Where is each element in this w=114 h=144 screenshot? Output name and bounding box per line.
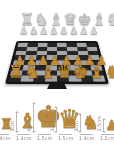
silver-knight: ♞ [34, 12, 48, 28]
width-label-pawn: 1.2cm [100, 135, 114, 142]
silver-king: ♚ [77, 12, 91, 28]
silver-pawn: ♟ [39, 26, 49, 36]
board-square [33, 76, 45, 82]
silver-queen: ♛ [63, 12, 77, 28]
size-item-knight: 3cm♞1.4cm [76, 113, 97, 142]
product-photo: ♜♞♝♛♚♝♞♜ ♟♟♟♟♟♟♟♟ ♟♟♟♟♟♟♟♟ ♜♞♝♛♚♝♞♜ 2.5c… [0, 0, 114, 144]
board-hinge-line [14, 60, 100, 61]
width-label-king: 1.5cm [37, 135, 53, 142]
board-square [21, 76, 34, 82]
size-item-pawn: 2.5cm♟1.2cm [97, 116, 114, 142]
silver-pawn: ♟ [89, 26, 99, 36]
silver-pawn: ♟ [19, 26, 29, 36]
silver-pawn: ♟ [69, 26, 79, 36]
silver-pawn: ♟ [79, 26, 89, 36]
board-grid [9, 43, 106, 82]
gold-pawn-figure: ♟ [105, 118, 114, 132]
height-label-queen: 3.5cm [50, 116, 55, 132]
board-clasp [47, 84, 67, 89]
board-square [45, 76, 57, 82]
silver-bishop: ♝ [92, 12, 106, 28]
board-square [57, 76, 69, 82]
width-label-rook: 1.4cm [0, 135, 10, 142]
chess-board [5, 41, 109, 84]
height-arrow-icon [80, 114, 81, 132]
silver-rook: ♜ [20, 12, 34, 28]
height-arrow-icon [103, 119, 104, 132]
width-label-queen: 1.5cm [58, 135, 74, 142]
width-label-bishop: 1.4cm [16, 135, 32, 142]
silver-bishop: ♝ [49, 12, 63, 28]
height-arrow-icon [56, 107, 57, 132]
silver-pawn: ♟ [49, 26, 59, 36]
silver-pawn: ♟ [59, 26, 69, 36]
size-chart: 2.5cm♜1.4cm3cm♝1.4cm4cm♚1.5cm3.5cm♛1.5cm… [0, 94, 114, 144]
width-label-knight: 1.4cm [79, 135, 95, 142]
silver-pawn-rank: ♟♟♟♟♟♟♟♟ [19, 26, 99, 36]
silver-back-rank: ♜♞♝♛♚♝♞♜ [20, 12, 96, 28]
height-arrow-icon [16, 112, 17, 132]
board-square [69, 76, 81, 82]
measurement-pawn: 2.5cm♟ [97, 116, 114, 132]
board-scene: ♜♞♝♛♚♝♞♜ ♟♟♟♟♟♟♟♟ ♟♟♟♟♟♟♟♟ ♜♞♝♛♚♝♞♜ [0, 0, 114, 94]
silver-knight: ♞ [106, 12, 114, 28]
board-square [92, 76, 105, 82]
silver-pawn: ♟ [29, 26, 39, 36]
height-arrow-icon [33, 103, 34, 132]
